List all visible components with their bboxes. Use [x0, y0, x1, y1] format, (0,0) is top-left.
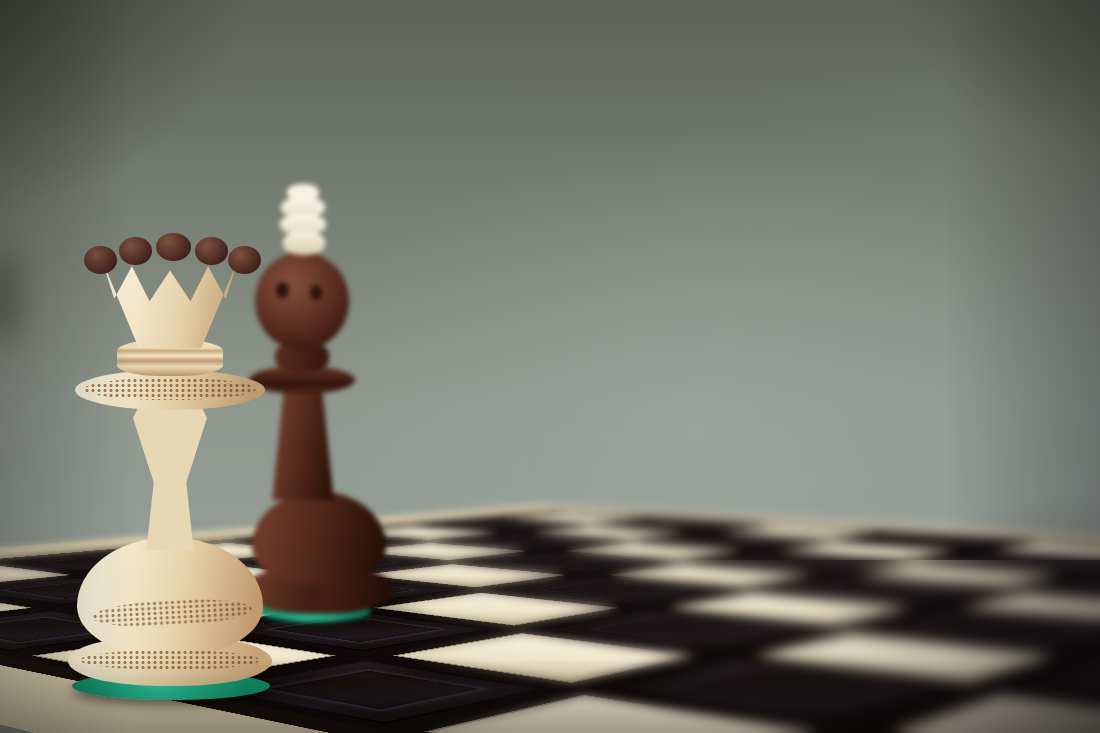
queen-crown-bead	[228, 246, 261, 274]
queen-body	[77, 538, 263, 656]
queen-burn-decoration	[80, 650, 260, 670]
pieces-layer: ♚ ♛	[0, 0, 1100, 733]
queen-stem	[133, 400, 207, 550]
photo-stage: ♚♛ ♚ ♛	[0, 0, 1100, 733]
queen-crown-bead	[156, 233, 191, 261]
queen-crown-bead	[84, 246, 117, 274]
white-queen-piece[interactable]: ♛	[0, 0, 1100, 733]
queen-crown	[102, 260, 238, 348]
queen-crown-bead	[195, 237, 228, 265]
queen-burn-decoration	[84, 378, 256, 400]
queen-crown-bead	[119, 237, 152, 265]
